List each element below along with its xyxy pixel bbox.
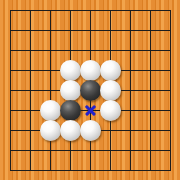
board-point-B8[interactable] xyxy=(20,20,40,40)
board-point-D1[interactable] xyxy=(60,160,80,180)
board-point-F6[interactable] xyxy=(100,60,120,80)
black-stone xyxy=(60,100,81,121)
board-point-F9[interactable] xyxy=(100,0,120,20)
board-point-B6[interactable] xyxy=(20,60,40,80)
board-point-F3[interactable] xyxy=(100,120,120,140)
white-stone xyxy=(100,60,121,81)
board-point-B1[interactable] xyxy=(20,160,40,180)
board-point-J1[interactable] xyxy=(160,160,180,180)
board-point-H1[interactable] xyxy=(140,160,160,180)
white-stone xyxy=(60,80,81,101)
board-point-H7[interactable] xyxy=(140,40,160,60)
white-stone xyxy=(80,120,101,141)
board-point-G5[interactable] xyxy=(120,80,140,100)
board-point-D4[interactable] xyxy=(60,100,80,120)
board-point-F1[interactable] xyxy=(100,160,120,180)
board-point-H5[interactable] xyxy=(140,80,160,100)
board-point-J3[interactable] xyxy=(160,120,180,140)
board-point-B4[interactable] xyxy=(20,100,40,120)
board-point-C2[interactable] xyxy=(40,140,60,160)
white-stone xyxy=(40,120,61,141)
white-stone xyxy=(60,120,81,141)
white-stone xyxy=(80,60,101,81)
board-point-H8[interactable] xyxy=(140,20,160,40)
board-point-A5[interactable] xyxy=(0,80,20,100)
board-point-D6[interactable] xyxy=(60,60,80,80)
board-point-J2[interactable] xyxy=(160,140,180,160)
board-point-G1[interactable] xyxy=(120,160,140,180)
board-point-F7[interactable] xyxy=(100,40,120,60)
board-point-A4[interactable] xyxy=(0,100,20,120)
board-point-H4[interactable] xyxy=(140,100,160,120)
board-point-H6[interactable] xyxy=(140,60,160,80)
board-point-E6[interactable] xyxy=(80,60,100,80)
black-stone xyxy=(80,80,101,101)
board-point-E5[interactable] xyxy=(80,80,100,100)
board-point-D7[interactable] xyxy=(60,40,80,60)
white-stone xyxy=(100,80,121,101)
white-stone xyxy=(40,100,61,121)
board-point-J7[interactable] xyxy=(160,40,180,60)
board-point-B7[interactable] xyxy=(20,40,40,60)
board-point-E8[interactable] xyxy=(80,20,100,40)
suggested-move-marker-x-icon xyxy=(80,100,100,120)
board-point-J8[interactable] xyxy=(160,20,180,40)
board-point-C3[interactable] xyxy=(40,120,60,140)
board-point-F4[interactable] xyxy=(100,100,120,120)
board-point-F2[interactable] xyxy=(100,140,120,160)
board-points-grid xyxy=(0,0,180,180)
board-point-G6[interactable] xyxy=(120,60,140,80)
board-point-G3[interactable] xyxy=(120,120,140,140)
go-board xyxy=(0,0,180,180)
board-point-G4[interactable] xyxy=(120,100,140,120)
board-point-C7[interactable] xyxy=(40,40,60,60)
board-point-A3[interactable] xyxy=(0,120,20,140)
board-point-J4[interactable] xyxy=(160,100,180,120)
board-point-B3[interactable] xyxy=(20,120,40,140)
board-point-C5[interactable] xyxy=(40,80,60,100)
board-point-B9[interactable] xyxy=(20,0,40,20)
board-point-D8[interactable] xyxy=(60,20,80,40)
board-point-H2[interactable] xyxy=(140,140,160,160)
board-point-H9[interactable] xyxy=(140,0,160,20)
board-point-E2[interactable] xyxy=(80,140,100,160)
board-point-E4[interactable] xyxy=(80,100,100,120)
white-stone xyxy=(100,100,121,121)
board-point-F8[interactable] xyxy=(100,20,120,40)
board-point-C6[interactable] xyxy=(40,60,60,80)
board-point-D5[interactable] xyxy=(60,80,80,100)
board-point-G7[interactable] xyxy=(120,40,140,60)
board-point-D9[interactable] xyxy=(60,0,80,20)
board-point-F5[interactable] xyxy=(100,80,120,100)
board-point-C8[interactable] xyxy=(40,20,60,40)
board-point-C4[interactable] xyxy=(40,100,60,120)
board-point-A2[interactable] xyxy=(0,140,20,160)
white-stone xyxy=(60,60,81,81)
board-point-A7[interactable] xyxy=(0,40,20,60)
board-point-D3[interactable] xyxy=(60,120,80,140)
board-point-D2[interactable] xyxy=(60,140,80,160)
board-point-C1[interactable] xyxy=(40,160,60,180)
board-point-B2[interactable] xyxy=(20,140,40,160)
board-point-G8[interactable] xyxy=(120,20,140,40)
board-point-E9[interactable] xyxy=(80,0,100,20)
board-point-E7[interactable] xyxy=(80,40,100,60)
board-point-G9[interactable] xyxy=(120,0,140,20)
board-point-B5[interactable] xyxy=(20,80,40,100)
board-point-E3[interactable] xyxy=(80,120,100,140)
board-point-A1[interactable] xyxy=(0,160,20,180)
board-point-J5[interactable] xyxy=(160,80,180,100)
board-point-A8[interactable] xyxy=(0,20,20,40)
board-point-J9[interactable] xyxy=(160,0,180,20)
board-point-C9[interactable] xyxy=(40,0,60,20)
board-point-A9[interactable] xyxy=(0,0,20,20)
board-point-H3[interactable] xyxy=(140,120,160,140)
board-point-J6[interactable] xyxy=(160,60,180,80)
board-point-E1[interactable] xyxy=(80,160,100,180)
board-point-A6[interactable] xyxy=(0,60,20,80)
board-point-G2[interactable] xyxy=(120,140,140,160)
